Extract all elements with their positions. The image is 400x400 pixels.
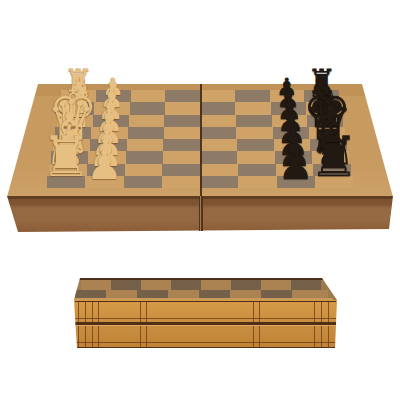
box-horizontal-groove xyxy=(75,342,336,343)
box-top-checker-row-front xyxy=(75,290,328,298)
piece-white-rook-a1: ♜ xyxy=(41,129,91,185)
box-horizontal-groove xyxy=(75,347,336,349)
box-horizontal-groove xyxy=(75,301,336,303)
product-photo: ♜♞♝♛♚♝♞♜♟♟♟♟♟♟♟♟♟♟♟♟♟♟♟♟♜♞♝♛♚♝♞♜ xyxy=(0,0,400,400)
box-top-checker-row-back xyxy=(81,280,321,290)
piece-black-pawn-a7: ♟ xyxy=(278,145,314,185)
box-horizontal-groove xyxy=(75,318,336,319)
pieces-layer: ♜♞♝♛♚♝♞♜♟♟♟♟♟♟♟♟♟♟♟♟♟♟♟♟♜♞♝♛♚♝♞♜ xyxy=(0,0,400,260)
box-horizontal-groove xyxy=(75,325,336,326)
closed-chess-box xyxy=(55,268,345,358)
piece-black-rook-a8: ♜ xyxy=(309,129,359,185)
piece-white-pawn-a2: ♟ xyxy=(86,145,122,185)
box-top-front-lip xyxy=(71,298,333,301)
